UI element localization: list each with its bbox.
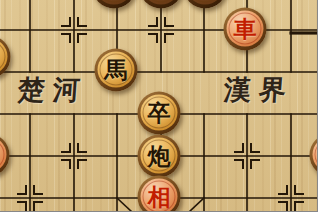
piece-black-horse[interactable]: 馬 xyxy=(95,49,138,92)
black-horse-glyph: 馬 xyxy=(98,52,135,88)
river-label-chu-he: 楚河 xyxy=(17,74,89,106)
piece-stub-top-file5-glyph xyxy=(187,0,224,5)
piece-stub-top-file3-glyph xyxy=(96,0,133,5)
piece-stub-top-file4-glyph xyxy=(143,0,180,5)
red-chariot-glyph: 車 xyxy=(227,11,264,47)
piece-black-soldier[interactable]: 卒 xyxy=(138,92,181,135)
piece-red-elephant[interactable]: 相 xyxy=(138,176,181,212)
piece-red-chariot[interactable]: 車 xyxy=(224,8,267,51)
red-piece-right-edge-glyph xyxy=(313,137,318,173)
river-label-han-jie: 漢界 xyxy=(223,74,295,106)
xiangqi-board[interactable]: 楚河 漢界 車馬卒炮相 xyxy=(0,0,317,211)
red-piece-left-edge-glyph xyxy=(0,137,7,173)
black-piece-left-edge-glyph xyxy=(0,39,8,75)
piece-black-cannon[interactable]: 炮 xyxy=(138,135,181,178)
black-cannon-glyph: 炮 xyxy=(141,138,178,174)
red-elephant-glyph: 相 xyxy=(141,179,178,212)
black-soldier-glyph: 卒 xyxy=(141,95,178,131)
